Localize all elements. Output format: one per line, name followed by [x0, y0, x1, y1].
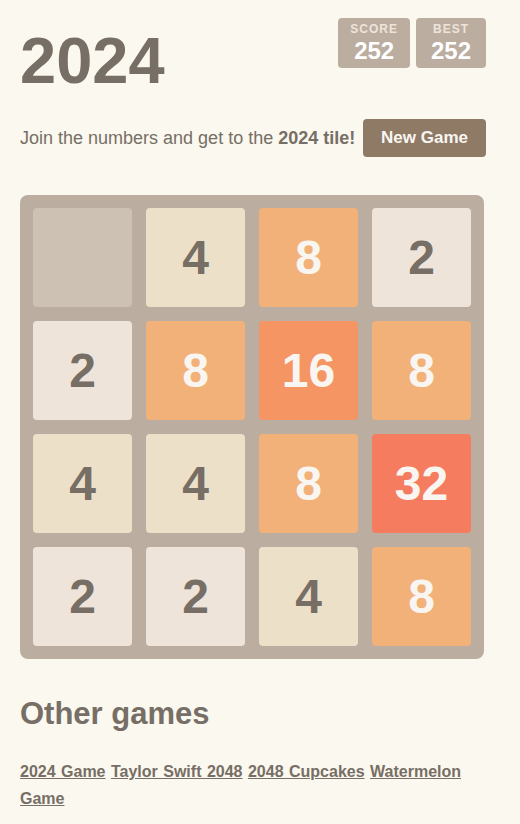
tile-8: 8: [372, 547, 471, 646]
game-board[interactable]: 48228168448322248: [20, 195, 484, 659]
tile-8: 8: [259, 434, 358, 533]
tile-8: 8: [372, 321, 471, 420]
score-label: SCORE: [350, 22, 398, 38]
tile-2: 2: [33, 547, 132, 646]
score-value: 252: [354, 38, 394, 64]
tile-16: 16: [259, 321, 358, 420]
tile-8: 8: [146, 321, 245, 420]
intro-text: Join the numbers and get to the 2024 til…: [20, 128, 355, 149]
score-panel: SCORE 252 BEST 252: [338, 18, 486, 68]
other-games-links: 2024 Game Taylor Swift 2048 2048 Cupcake…: [20, 758, 486, 812]
header: 2024 SCORE 252 BEST 252: [20, 18, 486, 93]
link-taylor-swift-2048[interactable]: Taylor Swift 2048: [111, 763, 243, 780]
subheader: Join the numbers and get to the 2024 til…: [20, 119, 486, 157]
new-game-button[interactable]: New Game: [363, 119, 486, 157]
tile-8: 8: [259, 208, 358, 307]
score-box: SCORE 252: [338, 18, 410, 68]
tile-2: 2: [146, 547, 245, 646]
best-box: BEST 252: [416, 18, 486, 68]
tile-32: 32: [372, 434, 471, 533]
tile-4: 4: [146, 208, 245, 307]
intro-text-goal: 2024 tile!: [278, 128, 355, 148]
tile-4: 4: [146, 434, 245, 533]
page-title: 2024: [20, 28, 165, 93]
other-games-heading: Other games: [20, 695, 486, 732]
intro-text-prefix: Join the numbers and get to the: [20, 128, 278, 148]
link-2024-game[interactable]: 2024 Game: [20, 763, 106, 780]
tile-2: 2: [372, 208, 471, 307]
link-2048-cupcakes[interactable]: 2048 Cupcakes: [248, 763, 365, 780]
tile-4: 4: [259, 547, 358, 646]
best-value: 252: [431, 38, 471, 64]
tile-4: 4: [33, 434, 132, 533]
page: 2024 SCORE 252 BEST 252 Join the numbers…: [20, 0, 486, 813]
tile-2: 2: [33, 321, 132, 420]
empty-cell: [33, 208, 132, 307]
best-label: BEST: [433, 22, 469, 38]
